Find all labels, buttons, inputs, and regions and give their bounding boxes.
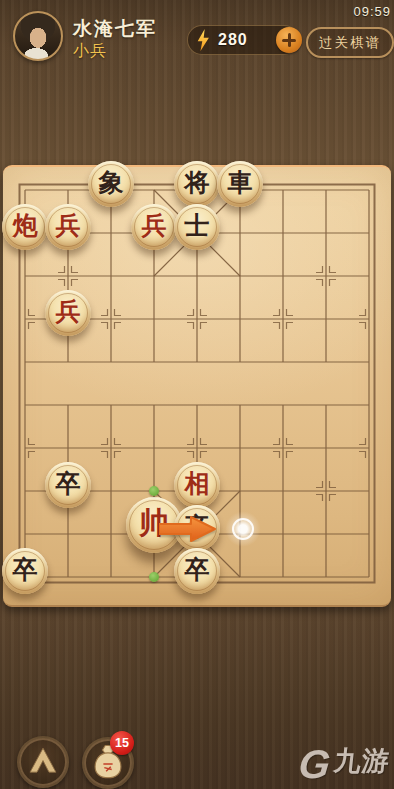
xiangqi-piece[interactable]: 卒 <box>174 548 220 594</box>
xiangqi-piece[interactable]: 兵 <box>45 204 91 250</box>
collapse-button[interactable] <box>17 736 69 788</box>
piece-character: 将 <box>185 166 210 199</box>
piece-character: 卒 <box>13 553 38 586</box>
piece-character: 兵 <box>142 209 167 242</box>
piece-character: 兵 <box>56 295 81 328</box>
xiangqi-piece[interactable]: 車 <box>217 161 263 207</box>
move-dot[interactable] <box>149 486 159 496</box>
piece-character: 士 <box>185 209 210 242</box>
touch-indicator <box>224 510 262 548</box>
xiangqi-piece[interactable]: 象 <box>88 161 134 207</box>
xiangqi-piece[interactable]: 兵 <box>131 204 177 250</box>
xiangqi-piece[interactable]: 炮 <box>2 204 48 250</box>
piece-character: 卒 <box>56 467 81 500</box>
xiangqi-piece[interactable]: 卒 <box>2 548 48 594</box>
reward-badge: 15 <box>110 731 134 755</box>
xiangqi-piece[interactable]: 相 <box>174 462 220 508</box>
piece-character: 相 <box>185 467 210 500</box>
xiangqi-piece[interactable]: 兵 <box>45 290 91 336</box>
piece-character: 兵 <box>56 209 81 242</box>
piece-character: 車 <box>228 166 253 199</box>
jiuyou-logo-text: 九游 <box>332 743 392 779</box>
xiangqi-piece[interactable]: 士 <box>174 204 220 250</box>
xiangqi-piece[interactable]: 将 <box>174 161 220 207</box>
chevron-up-icon <box>19 738 67 786</box>
jiuyou-logo-icon: G <box>297 745 332 783</box>
xiangqi-app: { "meta": { "clock": "09:59" }, "header"… <box>0 0 394 789</box>
piece-character: 象 <box>99 166 124 199</box>
piece-character: 卒 <box>185 553 210 586</box>
piece-character: 炮 <box>13 209 38 242</box>
jiuyou-watermark: G 九游 <box>299 743 392 783</box>
move-dot[interactable] <box>149 572 159 582</box>
xiangqi-piece[interactable]: 卒 <box>45 462 91 508</box>
hint-arrow <box>159 516 217 542</box>
